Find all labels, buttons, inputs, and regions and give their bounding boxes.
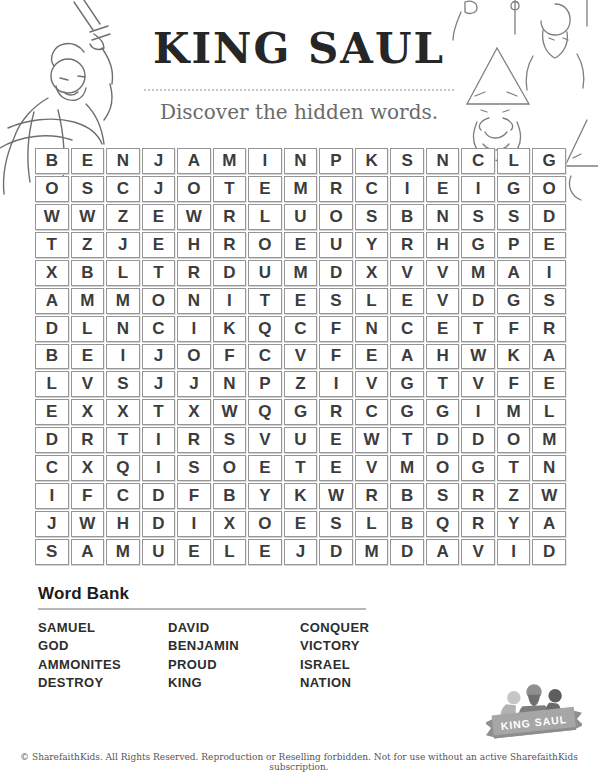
grid-cell[interactable]: Z [497, 483, 531, 509]
grid-cell[interactable]: D [532, 539, 566, 565]
grid-cell[interactable]: E [319, 427, 353, 453]
grid-cell[interactable]: D [142, 511, 176, 537]
grid-cell[interactable]: I [461, 399, 495, 425]
grid-cell[interactable]: C [35, 455, 69, 481]
word-bank-item: DESTROY [38, 674, 121, 692]
grid-cell[interactable]: R [461, 483, 495, 509]
word-bank-column: DAVIDBENJAMINPROUDKING [168, 619, 239, 693]
grid-cell[interactable]: H [106, 511, 140, 537]
grid-cell[interactable]: A [497, 260, 531, 286]
grid-cell[interactable]: W [71, 204, 105, 230]
grid-cell[interactable]: R [213, 232, 247, 258]
grid-cell[interactable]: W [532, 483, 566, 509]
grid-cell[interactable]: S [35, 539, 69, 565]
grid-cell[interactable]: W [355, 427, 389, 453]
grid-cell[interactable]: J [142, 344, 176, 370]
grid-cell[interactable]: S [497, 204, 531, 230]
grid-cell[interactable]: J [284, 539, 318, 565]
page-title: KING SAUL [0, 24, 598, 73]
grid-cell[interactable]: Q [426, 511, 460, 537]
grid-cell[interactable]: E [390, 288, 424, 314]
grid-cell[interactable]: I [319, 371, 353, 397]
grid-cell[interactable]: B [390, 204, 424, 230]
grid-cell[interactable]: M [532, 427, 566, 453]
grid-cell[interactable]: T [106, 427, 140, 453]
grid-cell[interactable]: L [35, 371, 69, 397]
grid-cell[interactable]: O [532, 176, 566, 202]
grid-cell[interactable]: Y [248, 483, 282, 509]
grid-cell[interactable]: G [461, 232, 495, 258]
grid-cell[interactable]: V [355, 455, 389, 481]
grid-cell[interactable]: X [71, 455, 105, 481]
word-bank-item: DAVID [168, 619, 239, 637]
grid-cell[interactable]: T [142, 260, 176, 286]
grid-cell[interactable]: D [35, 316, 69, 342]
grid-cell[interactable]: D [213, 260, 247, 286]
grid-cell[interactable]: D [461, 427, 495, 453]
grid-cell[interactable]: B [213, 483, 247, 509]
grid-cell[interactable]: O [248, 232, 282, 258]
grid-cell[interactable]: M [213, 148, 247, 174]
grid-cell[interactable]: V [248, 427, 282, 453]
grid-cell[interactable]: S [213, 427, 247, 453]
grid-cell[interactable]: Q [248, 399, 282, 425]
grid-cell[interactable]: U [284, 204, 318, 230]
grid-cell[interactable]: L [248, 204, 282, 230]
word-bank-column: SAMUELGODAMMONITESDESTROY [38, 619, 121, 693]
grid-cell[interactable]: R [319, 399, 353, 425]
grid-cell[interactable]: I [248, 148, 282, 174]
grid-cell[interactable]: O [497, 427, 531, 453]
grid-cell[interactable]: V [461, 371, 495, 397]
grid-cell[interactable]: M [106, 288, 140, 314]
grid-cell[interactable]: E [71, 344, 105, 370]
grid-cell[interactable]: I [461, 176, 495, 202]
grid-cell[interactable]: S [426, 483, 460, 509]
grid-cell[interactable]: M [355, 539, 389, 565]
grid-cell[interactable]: X [355, 260, 389, 286]
grid-cell[interactable]: V [284, 344, 318, 370]
grid-cell[interactable]: R [71, 427, 105, 453]
grid-cell[interactable]: N [106, 316, 140, 342]
grid-cell[interactable]: A [71, 539, 105, 565]
grid-cell[interactable]: W [177, 204, 211, 230]
grid-cell[interactable]: U [284, 427, 318, 453]
grid-cell[interactable]: F [319, 344, 353, 370]
grid-cell[interactable]: M [284, 260, 318, 286]
grid-cell[interactable]: L [532, 399, 566, 425]
grid-cell[interactable]: R [390, 232, 424, 258]
grid-cell[interactable]: T [390, 427, 424, 453]
grid-cell[interactable]: D [426, 427, 460, 453]
grid-cell[interactable]: R [355, 483, 389, 509]
grid-cell[interactable]: N [355, 316, 389, 342]
grid-cell[interactable]: V [461, 539, 495, 565]
grid-cell[interactable]: X [106, 399, 140, 425]
grid-cell[interactable]: D [532, 204, 566, 230]
grid-cell[interactable]: E [532, 371, 566, 397]
grid-cell[interactable]: K [497, 344, 531, 370]
grid-cell[interactable]: L [106, 260, 140, 286]
grid-cell[interactable]: J [106, 232, 140, 258]
grid-cell[interactable]: J [142, 148, 176, 174]
grid-cell[interactable]: N [532, 455, 566, 481]
grid-cell[interactable]: R [177, 260, 211, 286]
grid-cell[interactable]: U [319, 232, 353, 258]
grid-cell[interactable]: S [177, 455, 211, 481]
grid-cell[interactable]: N [106, 148, 140, 174]
grid-cell[interactable]: R [177, 427, 211, 453]
grid-cell[interactable]: I [497, 539, 531, 565]
grid-cell[interactable]: N [426, 204, 460, 230]
grid-cell[interactable]: L [213, 539, 247, 565]
grid-cell[interactable]: C [284, 316, 318, 342]
word-bank-divider [38, 608, 366, 610]
grid-cell[interactable]: S [71, 176, 105, 202]
grid-cell[interactable]: D [461, 288, 495, 314]
grid-cell[interactable]: K [213, 316, 247, 342]
grid-cell[interactable]: E [426, 176, 460, 202]
grid-cell[interactable]: O [248, 511, 282, 537]
grid-cell[interactable]: C [106, 483, 140, 509]
grid-cell[interactable]: W [35, 204, 69, 230]
word-bank-item: AMMONITES [38, 656, 121, 674]
grid-cell[interactable]: I [106, 344, 140, 370]
grid-cell[interactable]: E [142, 204, 176, 230]
grid-cell[interactable]: E [248, 539, 282, 565]
grid-cell[interactable]: M [71, 288, 105, 314]
grid-cell[interactable]: T [284, 455, 318, 481]
grid-cell[interactable]: G [390, 399, 424, 425]
grid-cell[interactable]: C [461, 148, 495, 174]
grid-cell[interactable]: O [426, 455, 460, 481]
grid-cell[interactable]: K [284, 483, 318, 509]
grid-cell[interactable]: I [142, 427, 176, 453]
grid-cell[interactable]: G [497, 288, 531, 314]
grid-cell[interactable]: V [355, 371, 389, 397]
grid-cell[interactable]: O [319, 204, 353, 230]
grid-cell[interactable]: B [390, 483, 424, 509]
grid-cell[interactable]: L [71, 316, 105, 342]
grid-cell[interactable]: P [319, 148, 353, 174]
grid-cell[interactable]: B [71, 260, 105, 286]
grid-cell[interactable]: J [35, 511, 69, 537]
king-saul-badge: KING SAUL [486, 681, 582, 745]
grid-cell[interactable]: D [35, 427, 69, 453]
word-bank-item: GOD [38, 637, 121, 655]
grid-cell[interactable]: G [497, 176, 531, 202]
word-bank-column: CONQUERVICTORYISRAELNATION [300, 619, 369, 693]
grid-cell[interactable]: A [532, 511, 566, 537]
grid-cell[interactable]: V [426, 288, 460, 314]
grid-cell[interactable]: E [284, 511, 318, 537]
grid-cell[interactable]: Z [284, 371, 318, 397]
word-bank-item: VICTORY [300, 637, 369, 655]
grid-cell[interactable]: E [426, 316, 460, 342]
grid-cell[interactable]: I [213, 288, 247, 314]
grid-cell[interactable]: F [213, 344, 247, 370]
grid-cell[interactable]: E [248, 176, 282, 202]
grid-cell[interactable]: I [390, 176, 424, 202]
grid-cell[interactable]: S [461, 204, 495, 230]
grid-cell[interactable]: S [106, 371, 140, 397]
grid-cell[interactable]: N [426, 148, 460, 174]
grid-cell[interactable]: G [284, 399, 318, 425]
grid-cell[interactable]: R [461, 511, 495, 537]
grid-cell[interactable]: F [177, 483, 211, 509]
grid-cell[interactable]: O [35, 176, 69, 202]
grid-cell[interactable]: Z [106, 204, 140, 230]
grid-cell[interactable]: N [213, 371, 247, 397]
grid-cell[interactable]: Z [71, 232, 105, 258]
grid-cell[interactable]: B [390, 511, 424, 537]
grid-cell[interactable]: B [35, 344, 69, 370]
word-bank-item: SAMUEL [38, 619, 121, 637]
grid-cell[interactable]: C [355, 399, 389, 425]
dotted-divider [144, 89, 454, 91]
worksheet-page: KING SAUL Discover the hidden words. BEN… [0, 0, 598, 776]
page-subtitle: Discover the hidden words. [0, 100, 598, 124]
grid-cell[interactable]: O [177, 344, 211, 370]
grid-cell[interactable]: E [319, 455, 353, 481]
grid-cell[interactable]: E [284, 232, 318, 258]
word-bank-item: BENJAMIN [168, 637, 239, 655]
grid-cell[interactable]: T [142, 399, 176, 425]
grid-cell[interactable]: C [355, 176, 389, 202]
grid-cell[interactable]: R [532, 316, 566, 342]
grid-cell[interactable]: M [284, 176, 318, 202]
grid-cell[interactable]: S [319, 288, 353, 314]
grid-cell[interactable]: K [355, 148, 389, 174]
grid-cell[interactable]: C [390, 316, 424, 342]
grid-cell[interactable]: G [390, 371, 424, 397]
grid-cell[interactable]: A [177, 148, 211, 174]
grid-cell[interactable]: V [71, 371, 105, 397]
grid-cell[interactable]: Y [497, 511, 531, 537]
grid-cell[interactable]: A [390, 344, 424, 370]
grid-cell[interactable]: W [319, 483, 353, 509]
grid-cell[interactable]: D [319, 260, 353, 286]
grid-cell[interactable]: A [35, 288, 69, 314]
grid-cell[interactable]: C [248, 344, 282, 370]
grid-cell[interactable]: D [142, 483, 176, 509]
grid-cell[interactable]: R [213, 204, 247, 230]
grid-cell[interactable]: E [177, 539, 211, 565]
grid-cell[interactable]: B [35, 148, 69, 174]
grid-cell[interactable]: E [142, 232, 176, 258]
grid-cell[interactable]: W [213, 399, 247, 425]
grid-cell[interactable]: V [390, 260, 424, 286]
grid-cell[interactable]: J [142, 371, 176, 397]
grid-cell[interactable]: X [213, 511, 247, 537]
grid-cell[interactable]: O [142, 288, 176, 314]
grid-cell[interactable]: N [284, 148, 318, 174]
grid-cell[interactable]: A [426, 539, 460, 565]
copyright-footer: © SharefaithKids. All Rights Reserved. R… [0, 752, 598, 772]
word-bank-item: KING [168, 674, 239, 692]
grid-cell[interactable]: X [35, 260, 69, 286]
word-bank-item: ISRAEL [300, 656, 369, 674]
grid-cell[interactable]: V [426, 260, 460, 286]
grid-cell[interactable]: J [142, 176, 176, 202]
grid-cell[interactable]: R [319, 176, 353, 202]
grid-cell[interactable]: O [213, 455, 247, 481]
word-bank-item: CONQUER [300, 619, 369, 637]
word-bank-item: NATION [300, 674, 369, 692]
grid-cell[interactable]: L [355, 511, 389, 537]
grid-cell[interactable]: E [71, 148, 105, 174]
grid-cell[interactable]: S [319, 511, 353, 537]
grid-cell[interactable]: H [426, 344, 460, 370]
grid-cell[interactable]: I [177, 511, 211, 537]
grid-cell[interactable]: L [355, 288, 389, 314]
grid-cell[interactable]: G [532, 148, 566, 174]
grid-cell[interactable]: W [71, 511, 105, 537]
grid-cell[interactable]: A [532, 344, 566, 370]
grid-cell[interactable]: T [497, 455, 531, 481]
grid-cell[interactable]: F [497, 371, 531, 397]
grid-cell[interactable]: T [461, 316, 495, 342]
grid-cell[interactable]: M [106, 539, 140, 565]
grid-cell[interactable]: T [35, 232, 69, 258]
grid-cell[interactable]: I [142, 455, 176, 481]
grid-cell[interactable]: S [355, 204, 389, 230]
grid-cell[interactable]: D [319, 539, 353, 565]
grid-cell[interactable]: Q [248, 316, 282, 342]
grid-cell[interactable]: M [497, 399, 531, 425]
grid-cell[interactable]: E [284, 288, 318, 314]
grid-cell[interactable]: I [35, 483, 69, 509]
grid-cell[interactable]: E [355, 344, 389, 370]
grid-cell[interactable]: T [248, 288, 282, 314]
grid-cell[interactable]: F [319, 316, 353, 342]
grid-cell[interactable]: T [426, 371, 460, 397]
grid-cell[interactable]: M [390, 455, 424, 481]
grid-cell[interactable]: E [35, 399, 69, 425]
grid-cell[interactable]: M [461, 260, 495, 286]
grid-cell[interactable]: G [461, 455, 495, 481]
grid-cell[interactable]: H [177, 232, 211, 258]
grid-cell[interactable]: S [532, 288, 566, 314]
grid-cell[interactable]: U [248, 260, 282, 286]
grid-cell[interactable]: F [497, 316, 531, 342]
grid-cell[interactable]: P [497, 232, 531, 258]
grid-cell[interactable]: F [71, 483, 105, 509]
grid-cell[interactable]: X [177, 399, 211, 425]
grid-cell[interactable]: Q [106, 455, 140, 481]
grid-cell[interactable]: T [213, 176, 247, 202]
grid-cell[interactable]: C [142, 316, 176, 342]
grid-cell[interactable]: I [532, 260, 566, 286]
grid-cell[interactable]: L [497, 148, 531, 174]
grid-cell[interactable]: S [390, 148, 424, 174]
grid-cell[interactable]: N [177, 288, 211, 314]
word-bank-item: PROUD [168, 656, 239, 674]
grid-cell[interactable]: P [248, 371, 282, 397]
grid-cell[interactable]: C [106, 176, 140, 202]
grid-cell[interactable]: X [71, 399, 105, 425]
grid-cell[interactable]: E [248, 455, 282, 481]
word-bank-heading: Word Bank [38, 584, 129, 604]
grid-cell[interactable]: Y [355, 232, 389, 258]
grid-cell[interactable]: D [390, 539, 424, 565]
grid-cell[interactable]: O [177, 176, 211, 202]
grid-cell[interactable]: G [426, 399, 460, 425]
grid-cell[interactable]: J [177, 371, 211, 397]
grid-cell[interactable]: E [532, 232, 566, 258]
word-search-grid: BENJAMINPKSNCLGOSCJOTEMRCIEIGOWWZEWRLUOS… [35, 148, 566, 565]
grid-cell[interactable]: U [142, 539, 176, 565]
grid-cell[interactable]: I [177, 316, 211, 342]
grid-cell[interactable]: W [461, 344, 495, 370]
grid-cell[interactable]: H [426, 232, 460, 258]
